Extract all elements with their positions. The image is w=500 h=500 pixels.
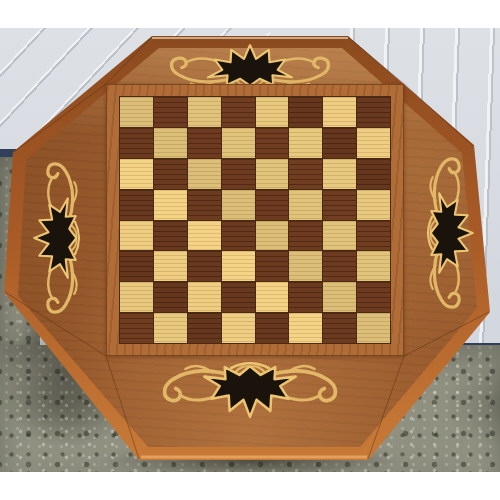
square-b5	[154, 190, 187, 220]
square-e1	[256, 313, 289, 343]
square-g8	[323, 97, 356, 127]
square-g3	[323, 251, 356, 281]
square-e2	[256, 282, 289, 312]
square-c4	[188, 221, 221, 251]
square-e6	[256, 159, 289, 189]
square-g5	[323, 190, 356, 220]
square-b1	[154, 313, 187, 343]
square-e5	[256, 190, 289, 220]
square-c8	[188, 97, 221, 127]
square-f8	[289, 97, 322, 127]
square-f3	[289, 251, 322, 281]
photo-border-top	[0, 0, 500, 28]
square-a5	[120, 190, 153, 220]
square-f1	[289, 313, 322, 343]
square-g7	[323, 128, 356, 158]
square-d1	[222, 313, 255, 343]
square-b3	[154, 251, 187, 281]
square-e8	[256, 97, 289, 127]
square-h7	[357, 128, 390, 158]
square-a8	[120, 97, 153, 127]
square-e3	[256, 251, 289, 281]
square-d5	[222, 190, 255, 220]
square-a4	[120, 221, 153, 251]
marquetry-ornament-left	[30, 153, 80, 323]
photo-scene	[0, 28, 500, 472]
square-b4	[154, 221, 187, 251]
square-g1	[323, 313, 356, 343]
square-a6	[120, 159, 153, 189]
square-a3	[120, 251, 153, 281]
square-h1	[357, 313, 390, 343]
square-h8	[357, 97, 390, 127]
square-d3	[222, 251, 255, 281]
square-f2	[289, 282, 322, 312]
chessboard	[119, 96, 391, 344]
square-e4	[256, 221, 289, 251]
square-c6	[188, 159, 221, 189]
square-a1	[120, 313, 153, 343]
square-g4	[323, 221, 356, 251]
square-b7	[154, 128, 187, 158]
square-c7	[188, 128, 221, 158]
square-b8	[154, 97, 187, 127]
square-e7	[256, 128, 289, 158]
square-h5	[357, 190, 390, 220]
square-c2	[188, 282, 221, 312]
square-d6	[222, 159, 255, 189]
marquetry-ornament-top	[160, 41, 340, 89]
square-h2	[357, 282, 390, 312]
square-d4	[222, 221, 255, 251]
chessboard-frame	[106, 84, 404, 356]
square-c1	[188, 313, 221, 343]
square-h6	[357, 159, 390, 189]
marquetry-ornament-bottom	[152, 362, 348, 422]
square-f4	[289, 221, 322, 251]
square-h3	[357, 251, 390, 281]
square-c3	[188, 251, 221, 281]
square-g6	[323, 159, 356, 189]
square-d7	[222, 128, 255, 158]
square-h4	[357, 221, 390, 251]
square-b6	[154, 159, 187, 189]
square-c5	[188, 190, 221, 220]
square-a7	[120, 128, 153, 158]
square-b2	[154, 282, 187, 312]
square-f5	[289, 190, 322, 220]
photo-border-bottom	[0, 472, 500, 500]
square-f6	[289, 159, 322, 189]
square-g2	[323, 282, 356, 312]
square-a2	[120, 282, 153, 312]
marquetry-ornament-right	[427, 148, 477, 318]
square-f7	[289, 128, 322, 158]
square-d8	[222, 97, 255, 127]
square-d2	[222, 282, 255, 312]
